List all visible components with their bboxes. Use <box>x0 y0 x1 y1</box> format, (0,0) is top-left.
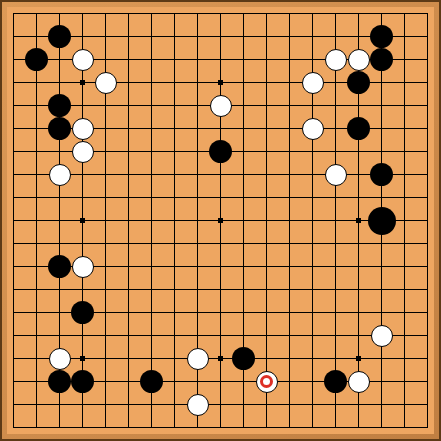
stone-white-C4 <box>49 348 71 370</box>
go-board <box>0 0 441 441</box>
stone-black-P3 <box>324 370 347 393</box>
stone-black-L4 <box>232 347 255 370</box>
stone-black-R18 <box>370 25 393 48</box>
stone-white-D17 <box>72 49 94 71</box>
stone-white-O16 <box>302 72 324 94</box>
board-surface[interactable] <box>7 7 434 434</box>
stone-black-R17 <box>370 48 393 71</box>
stone-black-K13 <box>209 140 232 163</box>
stone-black-C15 <box>48 94 71 117</box>
stone-black-B17 <box>25 48 48 71</box>
stone-white-C12 <box>49 164 71 186</box>
stone-black-R12 <box>370 163 393 186</box>
stone-black-D6 <box>71 301 94 324</box>
stone-black-C14 <box>48 117 71 140</box>
stone-white-Q17 <box>348 49 370 71</box>
stone-black-G3 <box>140 370 163 393</box>
stone-black-C8 <box>48 255 71 278</box>
stone-white-M3 <box>256 371 278 393</box>
stone-white-R5 <box>371 325 393 347</box>
stone-white-O14 <box>302 118 324 140</box>
stone-white-D14 <box>72 118 94 140</box>
last-move-circle-mark <box>260 375 273 388</box>
stone-black-C3 <box>48 370 71 393</box>
stone-white-Q3 <box>348 371 370 393</box>
stone-white-D13 <box>72 141 94 163</box>
stone-white-K15 <box>210 95 232 117</box>
stone-white-D8 <box>72 256 94 278</box>
stone-black-C18 <box>48 25 71 48</box>
stone-black-Q16 <box>347 71 370 94</box>
stone-white-P17 <box>325 49 347 71</box>
stone-white-J2 <box>187 394 209 416</box>
stone-black-D3 <box>71 370 94 393</box>
stone-white-E16 <box>95 72 117 94</box>
stone-white-P12 <box>325 164 347 186</box>
stone-black-Q14 <box>347 117 370 140</box>
stone-white-J4 <box>187 348 209 370</box>
stones-layer <box>2 2 439 439</box>
stone-black-R10 <box>368 207 396 235</box>
